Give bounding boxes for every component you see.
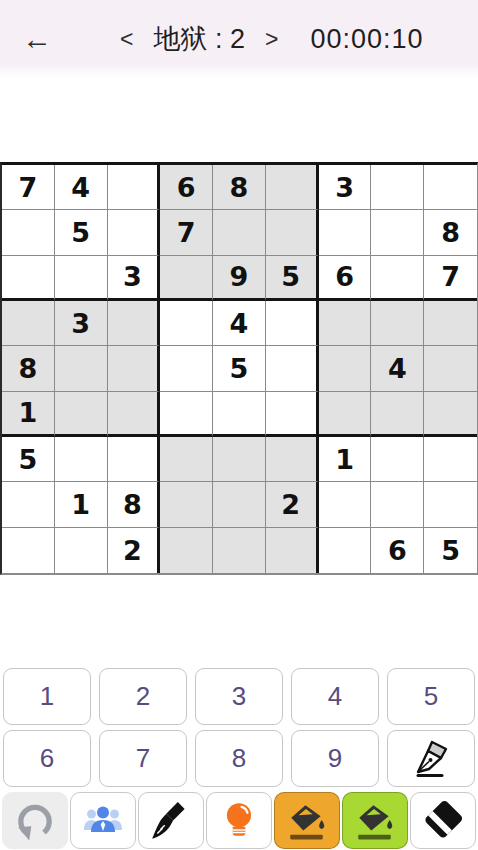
- paint-bucket-icon: [354, 800, 396, 842]
- digit-button-1[interactable]: 1: [3, 668, 91, 725]
- people-icon: [83, 801, 123, 841]
- sudoku-cell[interactable]: [160, 301, 213, 346]
- prev-level-button[interactable]: <: [114, 28, 139, 51]
- digit-button-9[interactable]: 9: [291, 730, 379, 787]
- sudoku-cell[interactable]: [2, 301, 55, 346]
- sudoku-cell[interactable]: [108, 210, 161, 255]
- sudoku-cell[interactable]: [160, 437, 213, 482]
- sudoku-cell[interactable]: [266, 346, 319, 391]
- sudoku-cell[interactable]: [2, 528, 55, 573]
- sudoku-cell[interactable]: [108, 301, 161, 346]
- sudoku-cell[interactable]: [371, 256, 424, 301]
- eraser-icon: [422, 800, 464, 842]
- toolbar: [0, 792, 478, 849]
- sudoku-cell[interactable]: 7: [424, 256, 477, 301]
- undo-button[interactable]: [2, 792, 68, 849]
- sudoku-cell[interactable]: [424, 301, 477, 346]
- digit-button-6[interactable]: 6: [3, 730, 91, 787]
- sudoku-cell[interactable]: [319, 210, 372, 255]
- sudoku-board: 746835783956734854151182265: [0, 162, 478, 575]
- digit-button-5[interactable]: 5: [387, 668, 475, 725]
- clean-button[interactable]: [138, 792, 204, 849]
- sudoku-cell[interactable]: 3: [319, 165, 372, 210]
- sudoku-cell[interactable]: [108, 437, 161, 482]
- sudoku-cell[interactable]: 3: [108, 256, 161, 301]
- sudoku-cell[interactable]: 6: [319, 256, 372, 301]
- sudoku-cell[interactable]: [160, 392, 213, 437]
- sudoku-cell[interactable]: 8: [424, 210, 477, 255]
- players-button[interactable]: [70, 792, 136, 849]
- numpad-row-2: 6789: [0, 730, 478, 787]
- next-level-button[interactable]: >: [259, 28, 284, 51]
- lightbulb-icon: [218, 800, 260, 842]
- sudoku-cell[interactable]: [213, 210, 266, 255]
- sudoku-cell[interactable]: [266, 392, 319, 437]
- sudoku-cell[interactable]: [55, 528, 108, 573]
- level-title: 地狱 : 2: [153, 21, 245, 57]
- sudoku-cell[interactable]: 3: [55, 301, 108, 346]
- eraser-button[interactable]: [410, 792, 476, 849]
- sudoku-cell[interactable]: [266, 301, 319, 346]
- sudoku-cell[interactable]: [2, 210, 55, 255]
- sudoku-cell[interactable]: 8: [2, 346, 55, 391]
- sudoku-cell[interactable]: [424, 482, 477, 527]
- header-bar: ← < 地狱 : 2 > 00:00:10: [0, 0, 478, 78]
- sudoku-cell[interactable]: 5: [424, 528, 477, 573]
- sudoku-cell[interactable]: [266, 210, 319, 255]
- paint-bucket-orange-button[interactable]: [274, 792, 340, 849]
- sudoku-cell[interactable]: 6: [160, 165, 213, 210]
- sudoku-cell[interactable]: [266, 528, 319, 573]
- sudoku-cell[interactable]: 4: [55, 165, 108, 210]
- sudoku-cell[interactable]: 5: [2, 437, 55, 482]
- sudoku-cell[interactable]: [55, 437, 108, 482]
- sudoku-cell[interactable]: [213, 528, 266, 573]
- sudoku-cell[interactable]: 1: [319, 437, 372, 482]
- level-nav: < 地狱 : 2 >: [114, 21, 284, 57]
- sudoku-cell[interactable]: [213, 392, 266, 437]
- sudoku-cell[interactable]: 2: [108, 528, 161, 573]
- sudoku-cell[interactable]: [424, 346, 477, 391]
- sudoku-cell[interactable]: 1: [2, 392, 55, 437]
- sudoku-cell[interactable]: [2, 256, 55, 301]
- numpad-row-1: 12345: [0, 668, 478, 725]
- sudoku-cell[interactable]: [108, 392, 161, 437]
- sudoku-cell[interactable]: 4: [371, 346, 424, 391]
- sudoku-cell[interactable]: [319, 301, 372, 346]
- paint-bucket-icon: [286, 800, 328, 842]
- sudoku-cell[interactable]: [424, 165, 477, 210]
- sudoku-cell[interactable]: [371, 392, 424, 437]
- sudoku-cell[interactable]: [108, 346, 161, 391]
- sudoku-cell[interactable]: [371, 210, 424, 255]
- paint-bucket-green-button[interactable]: [342, 792, 408, 849]
- sudoku-cell[interactable]: [108, 165, 161, 210]
- sudoku-cell[interactable]: [319, 392, 372, 437]
- sudoku-cell[interactable]: 5: [266, 256, 319, 301]
- broom-icon: [150, 800, 192, 842]
- sudoku-cell[interactable]: [55, 392, 108, 437]
- sudoku-cell[interactable]: [319, 528, 372, 573]
- digit-button-7[interactable]: 7: [99, 730, 187, 787]
- numpad: 12345 6789: [0, 668, 478, 792]
- hint-button[interactable]: [206, 792, 272, 849]
- timer: 00:00:10: [310, 24, 423, 55]
- fountain-pen-icon: [411, 739, 451, 779]
- sudoku-cell[interactable]: 8: [108, 482, 161, 527]
- sudoku-cell[interactable]: [371, 301, 424, 346]
- sudoku-cell[interactable]: [424, 437, 477, 482]
- sudoku-cell[interactable]: 4: [213, 301, 266, 346]
- sudoku-cell[interactable]: [319, 346, 372, 391]
- sudoku-cell[interactable]: [371, 165, 424, 210]
- sudoku-cell[interactable]: [319, 482, 372, 527]
- digit-button-8[interactable]: 8: [195, 730, 283, 787]
- sudoku-cell[interactable]: [213, 482, 266, 527]
- sudoku-cell[interactable]: [266, 165, 319, 210]
- back-button[interactable]: ←: [22, 24, 52, 54]
- sudoku-cell[interactable]: [371, 437, 424, 482]
- sudoku-cell[interactable]: [160, 528, 213, 573]
- sudoku-cell[interactable]: 9: [213, 256, 266, 301]
- sudoku-cell[interactable]: 5: [55, 210, 108, 255]
- sudoku-cell[interactable]: [55, 346, 108, 391]
- sudoku-cell[interactable]: [266, 437, 319, 482]
- sudoku-cell[interactable]: 1: [55, 482, 108, 527]
- sudoku-cell[interactable]: 7: [160, 210, 213, 255]
- sudoku-cell[interactable]: 8: [213, 165, 266, 210]
- digit-button-3[interactable]: 3: [195, 668, 283, 725]
- undo-icon: [14, 800, 56, 842]
- sudoku-cell[interactable]: 7: [2, 165, 55, 210]
- sudoku-cell[interactable]: [160, 346, 213, 391]
- sudoku-cell[interactable]: [213, 437, 266, 482]
- pencil-mode-button[interactable]: [387, 730, 475, 787]
- sudoku-cell[interactable]: 2: [266, 482, 319, 527]
- sudoku-cell[interactable]: [160, 482, 213, 527]
- sudoku-cell[interactable]: [55, 256, 108, 301]
- sudoku-cell[interactable]: [160, 256, 213, 301]
- sudoku-cell[interactable]: [2, 482, 55, 527]
- sudoku-cell[interactable]: [424, 392, 477, 437]
- digit-button-4[interactable]: 4: [291, 668, 379, 725]
- sudoku-cell[interactable]: 6: [371, 528, 424, 573]
- digit-button-2[interactable]: 2: [99, 668, 187, 725]
- sudoku-cell[interactable]: [371, 482, 424, 527]
- sudoku-cell[interactable]: 5: [213, 346, 266, 391]
